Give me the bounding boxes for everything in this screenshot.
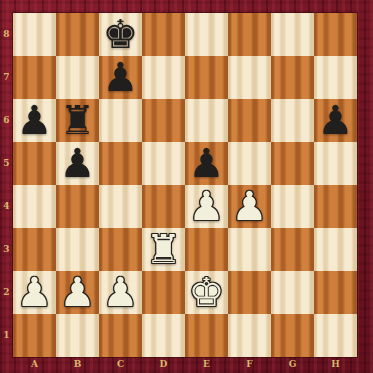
rank-label-8: 8 [0, 13, 13, 56]
chess-board[interactable]: ♚♟♟♜♟♟♟♟♟♜♟♟♟♚ [13, 13, 357, 357]
black-pawn-a6[interactable]: ♟ [17, 100, 53, 140]
black-pawn-c7[interactable]: ♟ [103, 57, 139, 97]
square-a3[interactable] [13, 228, 56, 271]
square-g3[interactable] [271, 228, 314, 271]
black-king-c8[interactable]: ♚ [103, 14, 139, 54]
square-c8[interactable]: ♚ [99, 13, 142, 56]
file-label-a: A [13, 357, 56, 373]
square-g2[interactable] [271, 271, 314, 314]
white-pawn-f4[interactable]: ♟ [232, 186, 268, 226]
square-d7[interactable] [142, 56, 185, 99]
file-label-g: G [271, 357, 314, 373]
square-h3[interactable] [314, 228, 357, 271]
black-pawn-b5[interactable]: ♟ [60, 143, 96, 183]
square-b3[interactable] [56, 228, 99, 271]
white-king-e2[interactable]: ♚ [189, 272, 225, 312]
square-d8[interactable] [142, 13, 185, 56]
black-pawn-e5[interactable]: ♟ [189, 143, 225, 183]
square-d3[interactable]: ♜ [142, 228, 185, 271]
square-c1[interactable] [99, 314, 142, 357]
file-label-c: C [99, 357, 142, 373]
square-c2[interactable]: ♟ [99, 271, 142, 314]
square-h8[interactable] [314, 13, 357, 56]
square-h1[interactable] [314, 314, 357, 357]
square-e5[interactable]: ♟ [185, 142, 228, 185]
square-c7[interactable]: ♟ [99, 56, 142, 99]
file-label-f: F [228, 357, 271, 373]
black-pawn-h6[interactable]: ♟ [318, 100, 354, 140]
square-a6[interactable]: ♟ [13, 99, 56, 142]
square-d1[interactable] [142, 314, 185, 357]
square-c3[interactable] [99, 228, 142, 271]
square-g8[interactable] [271, 13, 314, 56]
square-h2[interactable] [314, 271, 357, 314]
square-f1[interactable] [228, 314, 271, 357]
square-f3[interactable] [228, 228, 271, 271]
square-h6[interactable]: ♟ [314, 99, 357, 142]
square-d2[interactable] [142, 271, 185, 314]
square-b4[interactable] [56, 185, 99, 228]
square-a5[interactable] [13, 142, 56, 185]
square-b5[interactable]: ♟ [56, 142, 99, 185]
square-e2[interactable]: ♚ [185, 271, 228, 314]
file-label-h: H [314, 357, 357, 373]
square-h7[interactable] [314, 56, 357, 99]
square-d4[interactable] [142, 185, 185, 228]
file-label-e: E [185, 357, 228, 373]
square-a7[interactable] [13, 56, 56, 99]
square-f7[interactable] [228, 56, 271, 99]
square-e7[interactable] [185, 56, 228, 99]
rank-label-1: 1 [0, 314, 13, 357]
square-f8[interactable] [228, 13, 271, 56]
square-b6[interactable]: ♜ [56, 99, 99, 142]
rank-labels: 87654321 [0, 13, 13, 357]
square-d6[interactable] [142, 99, 185, 142]
square-f6[interactable] [228, 99, 271, 142]
square-f2[interactable] [228, 271, 271, 314]
square-a1[interactable] [13, 314, 56, 357]
square-a8[interactable] [13, 13, 56, 56]
square-e1[interactable] [185, 314, 228, 357]
white-pawn-c2[interactable]: ♟ [103, 272, 139, 312]
white-pawn-b2[interactable]: ♟ [60, 272, 96, 312]
file-labels: ABCDEFGH [13, 357, 357, 373]
square-b2[interactable]: ♟ [56, 271, 99, 314]
square-f4[interactable]: ♟ [228, 185, 271, 228]
file-label-d: D [142, 357, 185, 373]
square-b7[interactable] [56, 56, 99, 99]
rank-label-3: 3 [0, 228, 13, 271]
rank-label-2: 2 [0, 271, 13, 314]
file-label-b: B [56, 357, 99, 373]
square-g1[interactable] [271, 314, 314, 357]
square-e4[interactable]: ♟ [185, 185, 228, 228]
square-h4[interactable] [314, 185, 357, 228]
square-e8[interactable] [185, 13, 228, 56]
square-c6[interactable] [99, 99, 142, 142]
square-e3[interactable] [185, 228, 228, 271]
white-pawn-e4[interactable]: ♟ [189, 186, 225, 226]
black-rook-b6[interactable]: ♜ [60, 100, 96, 140]
chess-board-frame: 87654321 ABCDEFGH ♚♟♟♜♟♟♟♟♟♜♟♟♟♚ [0, 0, 373, 373]
square-g4[interactable] [271, 185, 314, 228]
rank-label-4: 4 [0, 185, 13, 228]
square-d5[interactable] [142, 142, 185, 185]
square-a4[interactable] [13, 185, 56, 228]
square-b8[interactable] [56, 13, 99, 56]
square-a2[interactable]: ♟ [13, 271, 56, 314]
square-g5[interactable] [271, 142, 314, 185]
rank-label-7: 7 [0, 56, 13, 99]
square-c4[interactable] [99, 185, 142, 228]
rank-label-6: 6 [0, 99, 13, 142]
square-g7[interactable] [271, 56, 314, 99]
square-e6[interactable] [185, 99, 228, 142]
white-pawn-a2[interactable]: ♟ [17, 272, 53, 312]
square-c5[interactable] [99, 142, 142, 185]
rank-label-5: 5 [0, 142, 13, 185]
square-f5[interactable] [228, 142, 271, 185]
square-b1[interactable] [56, 314, 99, 357]
white-rook-d3[interactable]: ♜ [146, 229, 182, 269]
square-g6[interactable] [271, 99, 314, 142]
square-h5[interactable] [314, 142, 357, 185]
